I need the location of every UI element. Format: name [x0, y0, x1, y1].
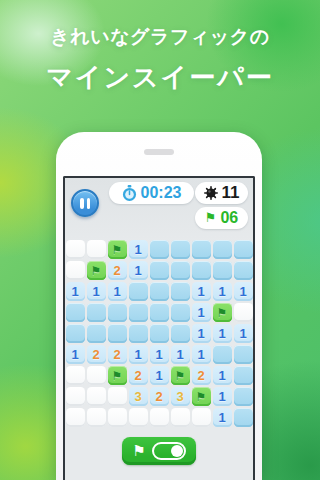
cell-r3c3-number: 1 — [108, 282, 127, 301]
cell-r6c8-covered[interactable] — [213, 345, 232, 364]
cell-r4c1-covered[interactable] — [66, 303, 85, 322]
flag-icon: ⚑ — [205, 211, 217, 224]
cell-r2c2-flag[interactable]: ⚑ — [87, 261, 106, 280]
pause-icon — [80, 198, 90, 209]
cell-r2c1-empty — [66, 261, 85, 280]
flag-icon: ⚑ — [132, 443, 145, 458]
cell-r5c8-number: 1 — [213, 324, 232, 343]
cell-r8c5-number: 2 — [150, 387, 169, 406]
cell-r1c7-covered[interactable] — [192, 240, 211, 259]
cell-r4c7-number: 1 — [192, 303, 211, 322]
phone-speaker — [144, 149, 174, 155]
cell-r7c2-empty — [87, 366, 106, 385]
cell-r5c2-covered[interactable] — [87, 324, 106, 343]
cell-r1c5-covered[interactable] — [150, 240, 169, 259]
stopwatch-icon — [122, 185, 137, 202]
cell-r7c1-empty — [66, 366, 85, 385]
headline-line2: マインスイーパー — [0, 60, 320, 95]
cell-r3c6-covered[interactable] — [171, 282, 190, 301]
cell-r6c2-number: 2 — [87, 345, 106, 364]
cell-r1c4-number: 1 — [129, 240, 148, 259]
cell-r7c6-flag[interactable]: ⚑ — [171, 366, 190, 385]
cell-r5c1-covered[interactable] — [66, 324, 85, 343]
cell-r6c7-number: 1 — [192, 345, 211, 364]
cell-r9c5-empty — [150, 408, 169, 427]
cell-r6c5-number: 1 — [150, 345, 169, 364]
cell-r2c7-covered[interactable] — [192, 261, 211, 280]
cell-r8c1-empty — [66, 387, 85, 406]
cell-r9c6-empty — [171, 408, 190, 427]
cell-r8c3-empty — [108, 387, 127, 406]
cell-r1c1-empty — [66, 240, 85, 259]
cell-r9c2-empty — [87, 408, 106, 427]
cell-r7c4-number: 2 — [129, 366, 148, 385]
cell-r7c5-number: 1 — [150, 366, 169, 385]
timer-pill: 00:23 — [109, 182, 194, 204]
cell-r4c8-flag[interactable]: ⚑ — [213, 303, 232, 322]
cell-r6c6-number: 1 — [171, 345, 190, 364]
cell-r4c5-covered[interactable] — [150, 303, 169, 322]
cell-r7c8-number: 1 — [213, 366, 232, 385]
cell-r7c3-flag[interactable]: ⚑ — [108, 366, 127, 385]
cell-r6c1-number: 1 — [66, 345, 85, 364]
cell-r1c2-empty — [87, 240, 106, 259]
cell-r2c6-covered[interactable] — [171, 261, 190, 280]
cell-r1c9-covered[interactable] — [234, 240, 253, 259]
cell-r3c2-number: 1 — [87, 282, 106, 301]
cell-r6c9-covered[interactable] — [234, 345, 253, 364]
phone-mockup: 00:23 11 ⚑ 06 ⚑1⚑211111111⚑1111221111⚑21… — [56, 132, 262, 480]
board: ⚑1⚑211111111⚑1111221111⚑21⚑21323⚑11 — [66, 240, 253, 427]
cell-r3c8-number: 1 — [213, 282, 232, 301]
cell-r4c9-empty — [234, 303, 253, 322]
cell-r3c4-covered[interactable] — [129, 282, 148, 301]
cell-r1c8-covered[interactable] — [213, 240, 232, 259]
cell-r2c9-covered[interactable] — [234, 261, 253, 280]
cell-r7c7-number: 2 — [192, 366, 211, 385]
cell-r8c7-flag[interactable]: ⚑ — [192, 387, 211, 406]
headline-line1: きれいなグラフィックの — [0, 24, 320, 50]
mine-count-value: 11 — [222, 183, 240, 203]
cell-r8c8-number: 1 — [213, 387, 232, 406]
cell-r4c4-covered[interactable] — [129, 303, 148, 322]
cell-r9c9-covered[interactable] — [234, 408, 253, 427]
timer-value: 00:23 — [141, 184, 182, 202]
toggle-knob — [171, 445, 183, 457]
flag-mode-toggle-button[interactable]: ⚑ — [122, 437, 196, 465]
cell-r3c1-number: 1 — [66, 282, 85, 301]
cell-r2c8-covered[interactable] — [213, 261, 232, 280]
toggle-switch[interactable] — [152, 442, 186, 460]
mine-counter-pill: 11 — [195, 182, 248, 204]
flag-counter-pill: ⚑ 06 — [195, 207, 248, 229]
cell-r4c3-covered[interactable] — [108, 303, 127, 322]
cell-r5c7-number: 1 — [192, 324, 211, 343]
cell-r4c2-covered[interactable] — [87, 303, 106, 322]
mine-icon — [204, 186, 218, 200]
cell-r1c3-flag[interactable]: ⚑ — [108, 240, 127, 259]
cell-r3c5-covered[interactable] — [150, 282, 169, 301]
cell-r6c4-number: 1 — [129, 345, 148, 364]
cell-r2c5-covered[interactable] — [150, 261, 169, 280]
cell-r8c2-empty — [87, 387, 106, 406]
cell-r5c6-covered[interactable] — [171, 324, 190, 343]
cell-r5c4-covered[interactable] — [129, 324, 148, 343]
cell-r9c7-empty — [192, 408, 211, 427]
cell-r3c7-number: 1 — [192, 282, 211, 301]
cell-r5c9-number: 1 — [234, 324, 253, 343]
flag-count-value: 06 — [220, 209, 238, 227]
game-screen: 00:23 11 ⚑ 06 ⚑1⚑211111111⚑1111221111⚑21… — [63, 176, 255, 480]
cell-r5c3-covered[interactable] — [108, 324, 127, 343]
cell-r9c3-empty — [108, 408, 127, 427]
cell-r1c6-covered[interactable] — [171, 240, 190, 259]
cell-r8c4-number: 3 — [129, 387, 148, 406]
pause-button[interactable] — [71, 189, 99, 217]
cell-r5c5-covered[interactable] — [150, 324, 169, 343]
cell-r3c9-number: 1 — [234, 282, 253, 301]
cell-r4c6-covered[interactable] — [171, 303, 190, 322]
cell-r8c6-number: 3 — [171, 387, 190, 406]
cell-r7c9-covered[interactable] — [234, 366, 253, 385]
cell-r9c8-number: 1 — [213, 408, 232, 427]
cell-r9c1-empty — [66, 408, 85, 427]
cell-r2c3-number: 2 — [108, 261, 127, 280]
cell-r9c4-empty — [129, 408, 148, 427]
cell-r6c3-number: 2 — [108, 345, 127, 364]
cell-r2c4-number: 1 — [129, 261, 148, 280]
cell-r8c9-covered[interactable] — [234, 387, 253, 406]
